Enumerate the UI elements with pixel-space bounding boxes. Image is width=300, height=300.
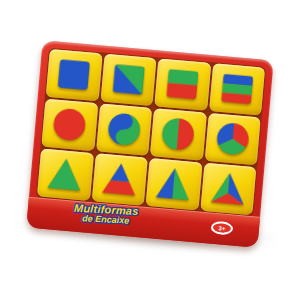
circle-piece bbox=[153, 112, 203, 157]
block-r2c1-circle-whole bbox=[41, 99, 97, 151]
block-r2c3-circle-vertical-halves bbox=[150, 108, 206, 160]
brand-label: Multiformas de Encaixe bbox=[73, 203, 139, 227]
square-piece bbox=[212, 67, 262, 112]
block-r3c2-triangle-horizontal bbox=[91, 153, 147, 205]
triangle-piece bbox=[203, 166, 253, 211]
triangle-piece bbox=[40, 152, 90, 197]
tray: Multiformas de Encaixe 3+ bbox=[26, 40, 274, 248]
circle-piece bbox=[99, 107, 149, 152]
block-r3c4-triangle-center-thirds bbox=[200, 163, 256, 215]
block-r3c1-triangle-whole bbox=[37, 149, 93, 201]
block-r3c3-triangle-vertical-halves bbox=[146, 158, 202, 210]
triangle-piece bbox=[95, 157, 145, 202]
block-r2c2-circle-yin-yang-halves bbox=[96, 103, 152, 155]
square-piece bbox=[103, 57, 153, 102]
product-photo: Multiformas de Encaixe 3+ bbox=[0, 0, 300, 300]
block-r1c2-square-diagonal bbox=[100, 54, 156, 106]
square-piece bbox=[158, 62, 208, 107]
triangle-piece bbox=[149, 162, 199, 207]
circle-piece bbox=[208, 117, 258, 162]
square-piece bbox=[49, 53, 99, 98]
block-r1c4-square-horizontal-thirds bbox=[209, 63, 265, 115]
brand-line2: de Encaixe bbox=[73, 214, 138, 227]
circle-piece bbox=[45, 102, 95, 147]
block-r1c3-square-horizontal-halves bbox=[154, 58, 210, 110]
block-grid bbox=[36, 48, 266, 216]
block-r2c4-circle-pie-thirds bbox=[204, 113, 260, 165]
age-badge: 3+ bbox=[210, 221, 233, 236]
block-r1c1-square-whole bbox=[46, 49, 102, 101]
